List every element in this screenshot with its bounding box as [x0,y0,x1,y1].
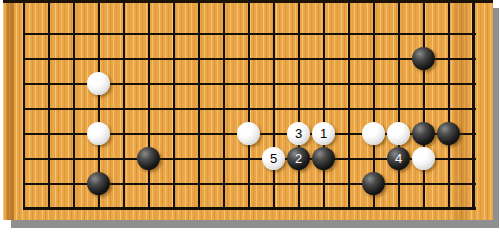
grid-line-vertical [398,0,400,210]
move-number-label: 2 [287,152,310,165]
stone-black-R7[interactable] [412,47,435,70]
grid-line-vertical [73,0,75,210]
grid-line-vertical [48,0,50,210]
grid-line-vertical [173,0,175,210]
grid-line-vertical [23,0,25,210]
grid-line-vertical [248,0,250,210]
grid-line-vertical [298,0,300,210]
stone-black-R4[interactable] [412,122,435,145]
stone-white-R3[interactable] [412,147,435,170]
stone-white-L3[interactable]: 5 [262,147,285,170]
stone-black-F3[interactable] [137,147,160,170]
grid-line-vertical [423,0,425,210]
grid-line-vertical [148,0,150,210]
grid-line-vertical [223,0,225,210]
move-number-label: 3 [287,127,310,140]
stone-white-N4[interactable]: 1 [312,122,335,145]
grid-line-vertical [123,0,125,210]
grid-line-horizontal [23,207,476,210]
stone-white-D4[interactable] [87,122,110,145]
stone-black-P2[interactable] [362,172,385,195]
stone-white-D6[interactable] [87,72,110,95]
grid-line-vertical [273,0,275,210]
move-number-label: 1 [312,127,335,140]
go-diagram: 53214 [0,0,500,235]
grid-line-vertical [448,0,450,210]
stone-black-Q3[interactable]: 4 [387,147,410,170]
grid-line-horizontal [23,108,476,110]
grid-line-vertical [348,0,350,210]
stone-white-P4[interactable] [362,122,385,145]
grid-line-vertical [472,0,475,210]
grid-line-horizontal [23,58,476,60]
move-number-label: 5 [262,152,285,165]
grid-line-vertical [323,0,325,210]
grid-line-vertical [198,0,200,210]
stone-white-Q4[interactable] [387,122,410,145]
stone-black-M3[interactable]: 2 [287,147,310,170]
stone-white-K4[interactable] [237,122,260,145]
stone-black-D2[interactable] [87,172,110,195]
move-number-label: 4 [387,152,410,165]
grid-line-horizontal [23,33,476,35]
stone-black-N3[interactable] [312,147,335,170]
go-board[interactable]: 53214 [3,0,493,220]
stone-black-S4[interactable] [437,122,460,145]
stone-white-M4[interactable]: 3 [287,122,310,145]
